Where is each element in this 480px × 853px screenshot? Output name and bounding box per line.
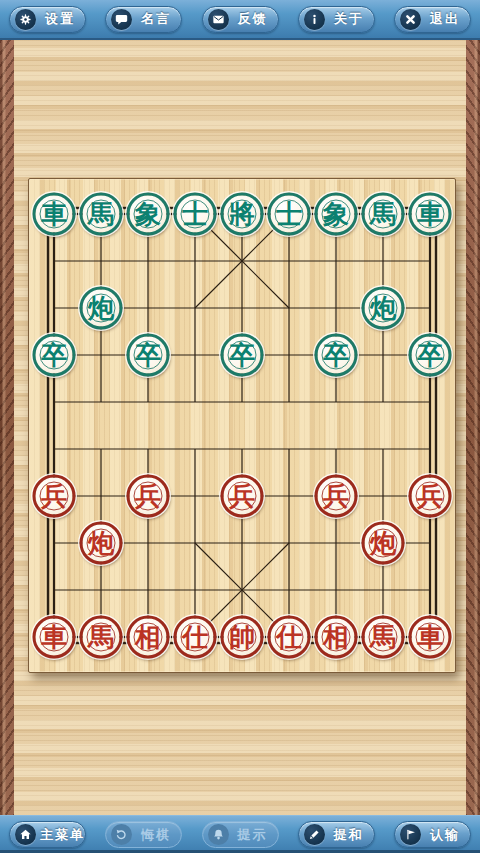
board-grid bbox=[29, 179, 455, 672]
piece-glyph: 車 bbox=[417, 193, 443, 236]
piece-glyph: 仕 bbox=[276, 616, 302, 659]
close-icon bbox=[400, 9, 421, 30]
settings-button[interactable]: 设置 bbox=[9, 6, 86, 33]
resign-label: 认输 bbox=[425, 826, 465, 844]
speech-bubble-icon bbox=[111, 9, 132, 30]
exit-label: 退出 bbox=[425, 10, 465, 28]
wood-frame-left bbox=[0, 40, 14, 815]
piece-glyph: 兵 bbox=[417, 475, 443, 518]
piece-red-cannon[interactable]: 炮 bbox=[80, 522, 123, 565]
piece-glyph: 炮 bbox=[88, 287, 114, 330]
undo-move-button[interactable]: 悔棋 bbox=[105, 821, 182, 848]
pencil-icon bbox=[304, 824, 325, 845]
piece-glyph: 車 bbox=[41, 193, 67, 236]
piece-black-soldier[interactable]: 卒 bbox=[127, 334, 170, 377]
piece-black-advisor[interactable]: 士 bbox=[268, 193, 311, 236]
xiangqi-board[interactable]: 車馬象士將士象馬車炮炮卒卒卒卒卒兵兵兵兵兵炮炮車馬相仕帥仕相馬車 bbox=[28, 178, 456, 673]
piece-red-horse[interactable]: 馬 bbox=[362, 616, 405, 659]
piece-glyph: 卒 bbox=[135, 334, 161, 377]
info-icon bbox=[304, 9, 325, 30]
piece-red-horse[interactable]: 馬 bbox=[80, 616, 123, 659]
piece-black-general[interactable]: 將 bbox=[221, 193, 264, 236]
piece-glyph: 卒 bbox=[417, 334, 443, 377]
piece-glyph: 炮 bbox=[370, 287, 396, 330]
piece-red-soldier[interactable]: 兵 bbox=[33, 475, 76, 518]
feedback-label: 反馈 bbox=[233, 10, 273, 28]
piece-red-advisor[interactable]: 仕 bbox=[174, 616, 217, 659]
bell-icon bbox=[208, 824, 229, 845]
piece-glyph: 卒 bbox=[41, 334, 67, 377]
piece-red-chariot[interactable]: 車 bbox=[409, 616, 452, 659]
piece-red-cannon[interactable]: 炮 bbox=[362, 522, 405, 565]
piece-glyph: 馬 bbox=[88, 193, 114, 236]
piece-glyph: 仕 bbox=[182, 616, 208, 659]
piece-black-soldier[interactable]: 卒 bbox=[409, 334, 452, 377]
settings-label: 设置 bbox=[40, 10, 80, 28]
piece-red-soldier[interactable]: 兵 bbox=[127, 475, 170, 518]
envelope-icon bbox=[208, 9, 229, 30]
piece-glyph: 將 bbox=[229, 193, 255, 236]
piece-black-horse[interactable]: 馬 bbox=[80, 193, 123, 236]
piece-black-cannon[interactable]: 炮 bbox=[80, 287, 123, 330]
piece-glyph: 卒 bbox=[229, 334, 255, 377]
bottom-toolbar: 主菜单 悔棋 提示 提和 认输 bbox=[0, 815, 480, 853]
resign-button[interactable]: 认输 bbox=[394, 821, 471, 848]
hint-button[interactable]: 提示 bbox=[202, 821, 279, 848]
piece-black-chariot[interactable]: 車 bbox=[33, 193, 76, 236]
piece-black-soldier[interactable]: 卒 bbox=[315, 334, 358, 377]
about-label: 关于 bbox=[329, 10, 369, 28]
piece-glyph: 馬 bbox=[88, 616, 114, 659]
gear-icon bbox=[15, 9, 36, 30]
piece-black-advisor[interactable]: 士 bbox=[174, 193, 217, 236]
piece-black-elephant[interactable]: 象 bbox=[315, 193, 358, 236]
piece-glyph: 炮 bbox=[88, 522, 114, 565]
piece-red-soldier[interactable]: 兵 bbox=[409, 475, 452, 518]
piece-glyph: 兵 bbox=[323, 475, 349, 518]
piece-red-soldier[interactable]: 兵 bbox=[315, 475, 358, 518]
piece-glyph: 兵 bbox=[229, 475, 255, 518]
piece-glyph: 兵 bbox=[135, 475, 161, 518]
piece-glyph: 馬 bbox=[370, 616, 396, 659]
piece-red-elephant[interactable]: 相 bbox=[315, 616, 358, 659]
main-menu-label: 主菜单 bbox=[40, 826, 85, 844]
offer-draw-button[interactable]: 提和 bbox=[298, 821, 375, 848]
piece-red-soldier[interactable]: 兵 bbox=[221, 475, 264, 518]
feedback-button[interactable]: 反馈 bbox=[202, 6, 279, 33]
hint-label: 提示 bbox=[233, 826, 273, 844]
piece-glyph: 馬 bbox=[370, 193, 396, 236]
piece-black-soldier[interactable]: 卒 bbox=[221, 334, 264, 377]
piece-red-elephant[interactable]: 相 bbox=[127, 616, 170, 659]
quotes-label: 名言 bbox=[136, 10, 176, 28]
quotes-button[interactable]: 名言 bbox=[105, 6, 182, 33]
about-button[interactable]: 关于 bbox=[298, 6, 375, 33]
undo-icon bbox=[111, 824, 132, 845]
piece-glyph: 車 bbox=[41, 616, 67, 659]
home-icon bbox=[15, 824, 36, 845]
piece-black-horse[interactable]: 馬 bbox=[362, 193, 405, 236]
exit-button[interactable]: 退出 bbox=[394, 6, 471, 33]
piece-black-soldier[interactable]: 卒 bbox=[33, 334, 76, 377]
piece-glyph: 帥 bbox=[229, 616, 255, 659]
piece-red-general[interactable]: 帥 bbox=[221, 616, 264, 659]
piece-glyph: 相 bbox=[135, 616, 161, 659]
top-toolbar: 设置 名言 反馈 关于 退出 bbox=[0, 0, 480, 40]
piece-black-chariot[interactable]: 車 bbox=[409, 193, 452, 236]
piece-glyph: 卒 bbox=[323, 334, 349, 377]
piece-glyph: 相 bbox=[323, 616, 349, 659]
wood-frame-right bbox=[466, 40, 480, 815]
undo-move-label: 悔棋 bbox=[136, 826, 176, 844]
flag-icon bbox=[400, 824, 421, 845]
piece-glyph: 車 bbox=[417, 616, 443, 659]
piece-glyph: 象 bbox=[135, 193, 161, 236]
main-menu-button[interactable]: 主菜单 bbox=[9, 821, 86, 848]
piece-red-chariot[interactable]: 車 bbox=[33, 616, 76, 659]
piece-glyph: 士 bbox=[276, 193, 302, 236]
piece-glyph: 士 bbox=[182, 193, 208, 236]
piece-glyph: 炮 bbox=[370, 522, 396, 565]
app-screen: 设置 名言 反馈 关于 退出 bbox=[0, 0, 480, 853]
piece-black-cannon[interactable]: 炮 bbox=[362, 287, 405, 330]
piece-black-elephant[interactable]: 象 bbox=[127, 193, 170, 236]
piece-red-advisor[interactable]: 仕 bbox=[268, 616, 311, 659]
piece-glyph: 兵 bbox=[41, 475, 67, 518]
offer-draw-label: 提和 bbox=[329, 826, 369, 844]
piece-glyph: 象 bbox=[323, 193, 349, 236]
